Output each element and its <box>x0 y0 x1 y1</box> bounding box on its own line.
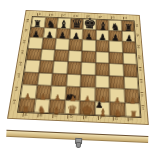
square-c1: ♝ <box>49 99 65 114</box>
scene-3d: ABCDEFGH ABCDEFGH 87654321 87654321 ♜♞♝♛… <box>6 0 154 141</box>
square-h6 <box>122 41 136 53</box>
square-g3 <box>109 75 124 88</box>
board-grid: ♜♞♝♛♚♝♞♜♟♟♟♟♟♟♟♟♟♟♟♟♟♟♟♟♜♞♝♛♚♝♞♜♞♟ <box>17 16 141 118</box>
file-label-B: B <box>37 113 43 117</box>
square-a3 <box>22 72 38 85</box>
file-label-C: C <box>62 14 67 17</box>
square-h5 <box>122 52 136 64</box>
square-b7: ♟ <box>43 27 57 38</box>
file-label-E: E <box>86 15 91 18</box>
black-pawn: ♟ <box>96 33 110 42</box>
square-g2: ♟ <box>109 88 124 102</box>
black-bishop: ♝ <box>57 18 70 29</box>
square-d6 <box>68 39 82 51</box>
square-c4 <box>53 61 68 74</box>
file-label-G: G <box>112 116 118 120</box>
square-d8: ♛ <box>70 18 83 29</box>
rank-label-3: 3 <box>140 79 143 85</box>
square-g5 <box>109 52 123 64</box>
square-g7: ♟ <box>109 30 122 41</box>
square-b8: ♞ <box>44 17 58 28</box>
square-e4 <box>81 62 95 75</box>
black-pawn: ♟ <box>122 34 136 43</box>
file-label-H: H <box>123 17 128 20</box>
perspective-tilt-wrapper: ABCDEFGH ABCDEFGH 87654321 87654321 ♜♞♝♛… <box>0 1 160 160</box>
metal-clasp <box>74 138 81 146</box>
square-f6 <box>95 40 109 52</box>
square-b3 <box>37 72 53 85</box>
rank-labels-right: 87654321 <box>134 21 147 115</box>
file-labels-bottom: ABCDEFGH <box>17 111 138 123</box>
rank-label-7: 7 <box>24 29 27 34</box>
square-h1: ♜ <box>124 102 140 117</box>
rank-label-1: 1 <box>12 100 15 106</box>
white-pawn: ♟ <box>66 94 78 102</box>
rank-labels-left: 87654321 <box>10 16 32 109</box>
black-knight: ♞ <box>44 19 57 30</box>
file-label-C: C <box>52 114 58 118</box>
white-bishop: ♝ <box>96 107 108 118</box>
file-label-F: F <box>98 116 103 120</box>
square-h3 <box>123 76 138 89</box>
file-label-D: D <box>74 14 79 17</box>
white-pawn: ♟ <box>22 92 34 100</box>
square-h2: ♟ <box>124 89 139 103</box>
square-a6 <box>28 37 43 49</box>
square-a8: ♜ <box>31 17 45 28</box>
square-a2: ♟ <box>20 84 37 98</box>
square-e2: ♟ <box>80 87 95 101</box>
black-pawn: ♟ <box>82 32 96 41</box>
white-pawn: ♟ <box>126 97 138 105</box>
rank-label-3: 3 <box>17 74 20 80</box>
clasp-loop-icon <box>76 142 81 148</box>
white-rook: ♜ <box>20 105 32 114</box>
square-g8: ♞ <box>108 20 121 31</box>
square-b6 <box>41 38 56 50</box>
photo-stage: ABCDEFGH ABCDEFGH 87654321 87654321 ♜♞♝♛… <box>0 0 160 160</box>
square-d5 <box>68 50 82 62</box>
square-b2: ♟ <box>35 85 51 99</box>
square-e7: ♟ <box>82 29 95 40</box>
file-label-E: E <box>83 115 89 119</box>
rank-label-2: 2 <box>141 92 144 98</box>
square-g4 <box>109 63 123 76</box>
square-d2: ♟ <box>65 86 80 100</box>
white-pawn: ♟ <box>52 93 64 101</box>
square-c8: ♝ <box>57 18 71 29</box>
square-c3 <box>51 73 66 86</box>
white-pawn: ♟ <box>96 95 108 103</box>
rank-label-5: 5 <box>138 56 141 61</box>
rank-label-6: 6 <box>137 44 140 49</box>
square-f2: ♟ <box>95 88 110 102</box>
white-pawn: ♟ <box>37 93 49 101</box>
rank-label-6: 6 <box>23 40 26 45</box>
square-c5 <box>54 49 69 61</box>
fallen-black-piece: ♞ <box>64 91 79 103</box>
square-c7: ♟ <box>56 28 70 39</box>
black-knight: ♞ <box>109 21 122 32</box>
file-label-G: G <box>111 16 116 19</box>
square-a4 <box>24 60 40 73</box>
square-a7: ♟ <box>30 27 45 38</box>
white-rook: ♜ <box>127 110 139 119</box>
rank-label-4: 4 <box>139 67 142 73</box>
file-label-F: F <box>99 15 103 18</box>
square-h4 <box>123 64 138 77</box>
white-queen: ♛ <box>66 104 78 116</box>
square-f3 <box>95 75 110 88</box>
rank-label-7: 7 <box>136 34 139 39</box>
square-c6 <box>55 38 69 50</box>
black-queen: ♛ <box>70 17 83 30</box>
square-g6 <box>109 41 123 53</box>
square-e1: ♚ <box>79 100 94 115</box>
black-pawn: ♟ <box>109 34 123 43</box>
white-knight: ♞ <box>112 108 124 118</box>
file-label-A: A <box>37 13 42 16</box>
square-d7: ♟ <box>69 28 83 39</box>
square-g1: ♞ <box>110 102 125 117</box>
white-pawn: ♟ <box>81 95 93 103</box>
square-f8: ♝ <box>96 19 109 30</box>
square-d4 <box>67 62 82 75</box>
square-e8: ♚ <box>83 19 96 30</box>
rank-label-8: 8 <box>136 24 138 29</box>
square-f4 <box>95 63 109 76</box>
white-pawn: ♟ <box>111 96 123 104</box>
file-label-A: A <box>22 112 28 116</box>
chess-board: ABCDEFGH ABCDEFGH 87654321 87654321 ♜♞♝♛… <box>7 10 149 125</box>
square-h7: ♟ <box>122 31 136 42</box>
square-c2: ♟ <box>50 86 66 100</box>
rank-label-1: 1 <box>142 105 145 111</box>
square-a1: ♜ <box>18 98 35 113</box>
file-label-B: B <box>49 13 54 16</box>
white-knight: ♞ <box>35 105 47 115</box>
black-pawn: ♟ <box>56 31 70 40</box>
black-rook: ♜ <box>122 23 135 33</box>
file-label-D: D <box>68 114 74 118</box>
square-d3 <box>66 74 81 87</box>
white-king: ♚ <box>81 103 94 117</box>
square-e6 <box>82 40 96 52</box>
rank-label-8: 8 <box>26 19 29 24</box>
square-f1: ♝ <box>95 101 110 116</box>
square-h8: ♜ <box>121 21 134 32</box>
black-king: ♚ <box>83 16 97 31</box>
black-rook: ♜ <box>31 19 44 29</box>
square-f7: ♟ <box>96 30 109 41</box>
file-labels-top: ABCDEFGH <box>33 12 132 21</box>
square-e5 <box>81 51 95 63</box>
black-pawn: ♟ <box>29 30 43 39</box>
white-bishop: ♝ <box>50 105 62 116</box>
black-pawn: ♟ <box>69 32 83 41</box>
square-d1: ♛ <box>64 100 80 115</box>
square-b1: ♞ <box>33 98 50 113</box>
square-b5 <box>40 49 55 61</box>
square-a5 <box>26 48 41 60</box>
rank-label-2: 2 <box>15 86 18 92</box>
rank-label-5: 5 <box>21 50 24 55</box>
file-label-H: H <box>128 117 134 121</box>
black-pawn: ♟ <box>43 31 57 40</box>
rank-label-4: 4 <box>19 62 22 68</box>
square-b4 <box>38 60 53 73</box>
stray-black-pawn: ♟ <box>95 101 103 110</box>
black-bishop: ♝ <box>96 20 109 31</box>
square-f5 <box>95 51 109 63</box>
square-e3 <box>80 74 95 87</box>
